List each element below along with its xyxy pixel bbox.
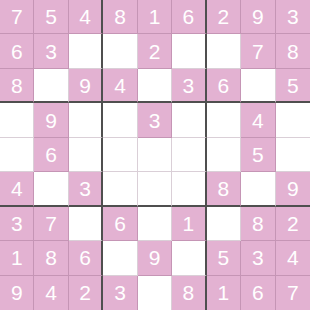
cell-r1c3[interactable]: 4 [69, 0, 103, 34]
cell-r9c4[interactable]: 3 [103, 276, 137, 310]
cell-r7c6[interactable]: 1 [172, 207, 206, 241]
cell-r3c3[interactable]: 9 [69, 69, 103, 103]
cell-r6c7[interactable]: 8 [207, 172, 241, 206]
cell-r2c9[interactable]: 8 [276, 34, 310, 68]
cell-r9c9[interactable]: 7 [276, 276, 310, 310]
cell-r5c7[interactable] [207, 138, 241, 172]
cell-r2c7[interactable] [207, 34, 241, 68]
cell-r1c4[interactable]: 8 [103, 0, 137, 34]
cell-r6c8[interactable] [241, 172, 275, 206]
cell-r3c2[interactable] [34, 69, 68, 103]
cell-r9c1[interactable]: 9 [0, 276, 34, 310]
cell-r4c5[interactable]: 3 [138, 103, 172, 137]
cell-r8c2[interactable]: 8 [34, 241, 68, 275]
cell-r7c1[interactable]: 3 [0, 207, 34, 241]
cell-r1c6[interactable]: 6 [172, 0, 206, 34]
cell-r2c6[interactable] [172, 34, 206, 68]
cell-r8c7[interactable]: 5 [207, 241, 241, 275]
cell-r1c1[interactable]: 7 [0, 0, 34, 34]
cell-r9c6[interactable]: 8 [172, 276, 206, 310]
cell-r7c2[interactable]: 7 [34, 207, 68, 241]
cell-r7c9[interactable]: 2 [276, 207, 310, 241]
cell-r5c9[interactable] [276, 138, 310, 172]
cell-r4c8[interactable]: 4 [241, 103, 275, 137]
cell-r6c3[interactable]: 3 [69, 172, 103, 206]
sudoku-board: 7548162936327889436593465438937618218695… [0, 0, 310, 310]
cell-r7c8[interactable]: 8 [241, 207, 275, 241]
cell-r3c1[interactable]: 8 [0, 69, 34, 103]
cell-r2c1[interactable]: 6 [0, 34, 34, 68]
cell-r3c9[interactable]: 5 [276, 69, 310, 103]
cell-r2c3[interactable] [69, 34, 103, 68]
cell-r3c4[interactable]: 4 [103, 69, 137, 103]
cell-r6c5[interactable] [138, 172, 172, 206]
cell-r9c5[interactable] [138, 276, 172, 310]
cell-r5c4[interactable] [103, 138, 137, 172]
cell-r6c1[interactable]: 4 [0, 172, 34, 206]
cell-r8c4[interactable] [103, 241, 137, 275]
cell-r9c3[interactable]: 2 [69, 276, 103, 310]
cell-r5c3[interactable] [69, 138, 103, 172]
cell-r6c9[interactable]: 9 [276, 172, 310, 206]
cell-r3c5[interactable] [138, 69, 172, 103]
cell-r4c6[interactable] [172, 103, 206, 137]
cell-r5c2[interactable]: 6 [34, 138, 68, 172]
cell-r8c8[interactable]: 3 [241, 241, 275, 275]
cell-r3c8[interactable] [241, 69, 275, 103]
cell-r4c4[interactable] [103, 103, 137, 137]
cell-r2c5[interactable]: 2 [138, 34, 172, 68]
cell-r7c7[interactable] [207, 207, 241, 241]
cell-r1c5[interactable]: 1 [138, 0, 172, 34]
sudoku-app: 7548162936327889436593465438937618218695… [0, 0, 310, 310]
cell-r9c7[interactable]: 1 [207, 276, 241, 310]
cell-r8c3[interactable]: 6 [69, 241, 103, 275]
cell-r4c1[interactable] [0, 103, 34, 137]
cell-r7c5[interactable] [138, 207, 172, 241]
cell-r4c7[interactable] [207, 103, 241, 137]
cell-r3c7[interactable]: 6 [207, 69, 241, 103]
cell-r1c9[interactable]: 3 [276, 0, 310, 34]
cell-r2c8[interactable]: 7 [241, 34, 275, 68]
cell-r1c8[interactable]: 9 [241, 0, 275, 34]
cell-r9c2[interactable]: 4 [34, 276, 68, 310]
cell-r3c6[interactable]: 3 [172, 69, 206, 103]
cell-r6c2[interactable] [34, 172, 68, 206]
cell-r1c2[interactable]: 5 [34, 0, 68, 34]
cell-r7c4[interactable]: 6 [103, 207, 137, 241]
cell-r5c1[interactable] [0, 138, 34, 172]
cell-r4c3[interactable] [69, 103, 103, 137]
cell-r1c7[interactable]: 2 [207, 0, 241, 34]
cell-r6c4[interactable] [103, 172, 137, 206]
cell-r8c1[interactable]: 1 [0, 241, 34, 275]
cell-r8c9[interactable]: 4 [276, 241, 310, 275]
cell-r5c8[interactable]: 5 [241, 138, 275, 172]
cell-r5c6[interactable] [172, 138, 206, 172]
cell-r2c2[interactable]: 3 [34, 34, 68, 68]
cell-r9c8[interactable]: 6 [241, 276, 275, 310]
cell-r7c3[interactable] [69, 207, 103, 241]
cell-r2c4[interactable] [103, 34, 137, 68]
cell-r6c6[interactable] [172, 172, 206, 206]
cell-r4c2[interactable]: 9 [34, 103, 68, 137]
cell-r5c5[interactable] [138, 138, 172, 172]
cell-r8c6[interactable] [172, 241, 206, 275]
cell-r4c9[interactable] [276, 103, 310, 137]
cell-r8c5[interactable]: 9 [138, 241, 172, 275]
